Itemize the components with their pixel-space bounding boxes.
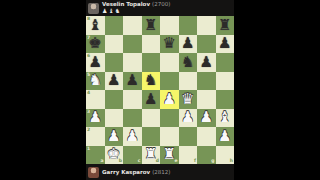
bottom-player-name: Garry Kasparov(2812) [102, 169, 170, 175]
bottom-player-bar: Garry Kasparov(2812) [86, 164, 234, 180]
square-c7[interactable] [123, 35, 142, 54]
rank-label-4: 4 [87, 91, 90, 96]
square-a1[interactable]: 1a [86, 146, 105, 165]
square-c3[interactable] [123, 109, 142, 128]
square-h3[interactable]: ♝ [216, 109, 235, 128]
square-d1[interactable]: d♜ [142, 146, 161, 165]
square-b2[interactable]: ♟ [105, 127, 124, 146]
square-e4[interactable]: ♟ [160, 90, 179, 109]
square-h1[interactable]: h [216, 146, 235, 165]
square-a7[interactable]: 7♚ [86, 35, 105, 54]
square-a8[interactable]: 8♝ [86, 16, 105, 35]
square-f3[interactable]: ♟ [179, 109, 198, 128]
piece-white-pawn-a3[interactable]: ♟ [89, 110, 102, 125]
piece-white-pawn-c2[interactable]: ♟ [126, 128, 139, 143]
piece-black-rook-h8[interactable]: ♜ [218, 17, 231, 32]
bottom-player-rating: (2812) [152, 169, 170, 175]
file-label-a: a [100, 159, 103, 164]
square-c2[interactable]: ♟ [123, 127, 142, 146]
square-g3[interactable]: ♟ [197, 109, 216, 128]
square-b4[interactable] [105, 90, 124, 109]
square-d5[interactable]: ♞ [142, 72, 161, 91]
piece-white-pawn-e4[interactable]: ♟ [163, 91, 176, 106]
piece-black-bishop-a8[interactable]: ♝ [89, 17, 102, 32]
video-content-column: Veselin Topalov(2700) ♟♝♞ 8♝♜♜7♚♛♟♟6♟♞♟5… [86, 0, 234, 180]
piece-white-knight-a5[interactable]: ♞ [89, 73, 102, 88]
piece-black-pawn-g6[interactable]: ♟ [200, 54, 213, 69]
square-e1[interactable]: e♜ [160, 146, 179, 165]
piece-black-pawn-b5[interactable]: ♟ [107, 73, 120, 88]
captured-white-knight-icon: ♞ [115, 7, 121, 14]
square-h4[interactable] [216, 90, 235, 109]
board: 8♝♜♜7♚♛♟♟6♟♞♟5♞♟♟♞4♟♟♛3♟♟♟♝2♟♟♟1ab♚cd♜e♜… [86, 16, 234, 164]
piece-black-rook-d8[interactable]: ♜ [144, 17, 157, 32]
bottom-player-avatar [88, 167, 99, 178]
square-d3[interactable] [142, 109, 161, 128]
square-c1[interactable]: c [123, 146, 142, 165]
square-h5[interactable] [216, 72, 235, 91]
square-e2[interactable] [160, 127, 179, 146]
square-g4[interactable] [197, 90, 216, 109]
square-h6[interactable] [216, 53, 235, 72]
piece-black-king-a7[interactable]: ♚ [89, 36, 102, 51]
square-e6[interactable] [160, 53, 179, 72]
square-e3[interactable] [160, 109, 179, 128]
piece-black-knight-d5[interactable]: ♞ [144, 73, 157, 88]
square-c8[interactable] [123, 16, 142, 35]
square-b7[interactable] [105, 35, 124, 54]
square-e8[interactable] [160, 16, 179, 35]
top-player-avatar [88, 3, 99, 14]
piece-white-pawn-g3[interactable]: ♟ [200, 110, 213, 125]
file-label-c: c [138, 159, 141, 164]
square-c5[interactable]: ♟ [123, 72, 142, 91]
file-label-h: h [230, 159, 233, 164]
square-c6[interactable] [123, 53, 142, 72]
square-g5[interactable] [197, 72, 216, 91]
piece-black-pawn-c5[interactable]: ♟ [126, 73, 139, 88]
square-e5[interactable] [160, 72, 179, 91]
square-g8[interactable] [197, 16, 216, 35]
square-g6[interactable]: ♟ [197, 53, 216, 72]
rank-label-1: 1 [87, 147, 90, 152]
piece-black-pawn-f7[interactable]: ♟ [181, 36, 194, 51]
square-f5[interactable] [179, 72, 198, 91]
square-f1[interactable]: f [179, 146, 198, 165]
square-e7[interactable]: ♛ [160, 35, 179, 54]
square-a5[interactable]: 5♞ [86, 72, 105, 91]
piece-black-knight-f6[interactable]: ♞ [181, 54, 194, 69]
square-a3[interactable]: 3♟ [86, 109, 105, 128]
square-a4[interactable]: 4 [86, 90, 105, 109]
square-f6[interactable]: ♞ [179, 53, 198, 72]
square-b3[interactable] [105, 109, 124, 128]
top-player-bar: Veselin Topalov(2700) ♟♝♞ [86, 0, 234, 16]
square-g2[interactable] [197, 127, 216, 146]
square-d7[interactable] [142, 35, 161, 54]
piece-white-bishop-h3[interactable]: ♝ [218, 110, 231, 125]
square-a6[interactable]: 6♟ [86, 53, 105, 72]
square-h7[interactable]: ♟ [216, 35, 235, 54]
piece-black-pawn-h7[interactable]: ♟ [218, 36, 231, 51]
square-h8[interactable]: ♜ [216, 16, 235, 35]
square-b5[interactable]: ♟ [105, 72, 124, 91]
piece-white-rook-d1[interactable]: ♜ [144, 147, 157, 162]
square-b1[interactable]: b♚ [105, 146, 124, 165]
square-b6[interactable] [105, 53, 124, 72]
square-f7[interactable]: ♟ [179, 35, 198, 54]
top-player-captured-pieces: ♟♝♞ [102, 8, 170, 15]
piece-white-queen-f4[interactable]: ♛ [181, 91, 194, 106]
square-d6[interactable] [142, 53, 161, 72]
piece-white-king-b1[interactable]: ♚ [107, 147, 120, 162]
file-label-g: g [211, 159, 214, 164]
piece-white-pawn-h2[interactable]: ♟ [218, 128, 231, 143]
piece-black-pawn-a6[interactable]: ♟ [89, 54, 102, 69]
piece-white-pawn-b2[interactable]: ♟ [107, 128, 120, 143]
piece-black-pawn-d4[interactable]: ♟ [144, 91, 157, 106]
square-a2[interactable]: 2 [86, 127, 105, 146]
square-g7[interactable] [197, 35, 216, 54]
square-d4[interactable]: ♟ [142, 90, 161, 109]
square-f4[interactable]: ♛ [179, 90, 198, 109]
square-d8[interactable]: ♜ [142, 16, 161, 35]
piece-white-rook-e1[interactable]: ♜ [163, 147, 176, 162]
square-f2[interactable] [179, 127, 198, 146]
square-d2[interactable] [142, 127, 161, 146]
square-b8[interactable] [105, 16, 124, 35]
piece-white-pawn-f3[interactable]: ♟ [181, 110, 194, 125]
square-f8[interactable] [179, 16, 198, 35]
rank-label-2: 2 [87, 128, 90, 133]
square-c4[interactable] [123, 90, 142, 109]
square-g1[interactable]: g [197, 146, 216, 165]
piece-black-queen-e7[interactable]: ♛ [163, 36, 176, 51]
file-label-f: f [194, 159, 196, 164]
square-h2[interactable]: ♟ [216, 127, 235, 146]
